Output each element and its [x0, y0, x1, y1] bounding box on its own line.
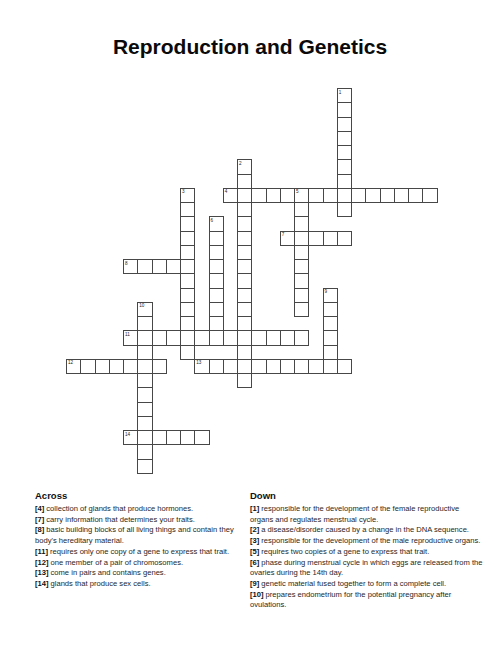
cell-c9-r24[interactable] [194, 430, 209, 445]
clue-number: 3 [182, 189, 185, 194]
down-clue-list: [1]responsible for the development of th… [250, 504, 483, 611]
clue-text: prepares endometrium for the potential p… [250, 590, 451, 610]
cell-c5-r21[interactable] [137, 387, 152, 402]
clue-number: 4 [225, 189, 228, 194]
cell-c17-r19[interactable] [308, 359, 323, 374]
cell-c8-r7[interactable]: 3 [180, 188, 195, 203]
cell-c16-r11[interactable] [294, 245, 309, 260]
cell-c25-r7[interactable] [422, 188, 437, 203]
cell-c10-r12[interactable] [209, 259, 224, 274]
cell-c11-r17[interactable] [223, 330, 238, 345]
cell-c4-r17[interactable]: 11 [123, 330, 138, 345]
cell-c11-r7[interactable]: 4 [223, 188, 238, 203]
cell-c18-r16[interactable] [323, 316, 338, 331]
clue-down-2: [2]a disease/disorder caused by a change… [250, 525, 483, 536]
cell-c5-r15[interactable]: 10 [137, 302, 152, 317]
cell-c12-r16[interactable] [237, 316, 252, 331]
cell-c8-r10[interactable] [180, 231, 195, 246]
cell-c19-r3[interactable] [337, 131, 352, 146]
cell-c12-r6[interactable] [237, 174, 252, 189]
cell-c18-r14[interactable]: 9 [323, 288, 338, 303]
clue-text: requires only one copy of a gene to expr… [50, 547, 229, 556]
cell-c10-r17[interactable] [209, 330, 224, 345]
cell-c1-r19[interactable] [80, 359, 95, 374]
cell-c12-r5[interactable]: 2 [237, 159, 252, 174]
clue-number: 14 [125, 432, 130, 437]
cell-c13-r7[interactable] [251, 188, 266, 203]
cell-c16-r8[interactable] [294, 202, 309, 217]
clue-number-label: [8] [35, 525, 44, 534]
clue-number-label: [5] [250, 547, 259, 556]
cell-c12-r19[interactable] [237, 359, 252, 374]
clue-number-label: [6] [250, 558, 259, 567]
cell-c12-r11[interactable] [237, 245, 252, 260]
cell-c5-r12[interactable] [137, 259, 152, 274]
cell-c2-r19[interactable] [95, 359, 110, 374]
cell-c16-r13[interactable] [294, 273, 309, 288]
clue-across-4: [4]collection of glands that produce hor… [35, 504, 249, 515]
clue-number: 11 [125, 332, 130, 337]
cell-c5-r20[interactable] [137, 373, 152, 388]
cell-c16-r14[interactable] [294, 288, 309, 303]
cell-c8-r18[interactable] [180, 345, 195, 360]
cell-c5-r16[interactable] [137, 316, 152, 331]
clue-down-1: [1]responsible for the development of th… [250, 504, 483, 525]
cell-c5-r24[interactable] [137, 430, 152, 445]
clue-across-14: [14]glands that produce sex cells. [35, 579, 249, 590]
clue-number-label: [14] [35, 579, 49, 588]
cell-c5-r17[interactable] [137, 330, 152, 345]
clue-number-label: [2] [250, 525, 259, 534]
cell-c11-r19[interactable] [223, 359, 238, 374]
cell-c10-r16[interactable] [209, 316, 224, 331]
cell-c15-r10[interactable]: 7 [280, 231, 295, 246]
cell-c0-r19[interactable]: 12 [66, 359, 81, 374]
clue-across-12: [12]one member of a pair of chromosomes. [35, 558, 249, 569]
across-clues-section: Across [4]collection of glands that prod… [35, 490, 249, 590]
page-title: Reproduction and Genetics [0, 35, 500, 59]
cell-c9-r17[interactable] [194, 330, 209, 345]
clue-text: genetic material fused together to form … [261, 579, 446, 588]
clue-text: come in pairs and contains genes. [51, 568, 166, 577]
clue-text: phase during menstrual cycle in which eg… [250, 558, 482, 578]
down-clues-section: Down [1]responsible for the development … [250, 490, 483, 611]
cell-c8-r16[interactable] [180, 316, 195, 331]
clue-text: carry information that determines your t… [46, 515, 195, 524]
crossword-page: Reproduction and Genetics 12345678910111… [0, 0, 500, 647]
cell-c13-r19[interactable] [251, 359, 266, 374]
clue-down-6: [6]phase during menstrual cycle in which… [250, 558, 483, 579]
cell-c12-r12[interactable] [237, 259, 252, 274]
clue-number: 1 [339, 90, 342, 95]
cell-c8-r17[interactable] [180, 330, 195, 345]
cell-c5-r18[interactable] [137, 345, 152, 360]
cell-c7-r12[interactable] [166, 259, 181, 274]
cell-c18-r15[interactable] [323, 302, 338, 317]
cell-c4-r12[interactable]: 8 [123, 259, 138, 274]
clue-number-label: [11] [35, 547, 48, 556]
cell-c3-r19[interactable] [109, 359, 124, 374]
cell-c12-r18[interactable] [237, 345, 252, 360]
cell-c19-r19[interactable] [337, 359, 352, 374]
cell-c8-r12[interactable] [180, 259, 195, 274]
clue-number: 5 [296, 189, 299, 194]
clue-number-label: [7] [35, 515, 44, 524]
cell-c14-r19[interactable] [266, 359, 281, 374]
cell-c12-r8[interactable] [237, 202, 252, 217]
cell-c12-r14[interactable] [237, 288, 252, 303]
cell-c9-r19[interactable]: 13 [194, 359, 209, 374]
cell-c10-r9[interactable]: 6 [209, 216, 224, 231]
clue-across-13: [13]come in pairs and contains genes. [35, 568, 249, 579]
cell-c17-r10[interactable] [308, 231, 323, 246]
clue-number: 8 [125, 261, 128, 266]
cell-c8-r13[interactable] [180, 273, 195, 288]
cell-c13-r17[interactable] [251, 330, 266, 345]
cell-c8-r24[interactable] [180, 430, 195, 445]
clue-down-3: [3]responsible for the development of th… [250, 536, 483, 547]
cell-c10-r11[interactable] [209, 245, 224, 260]
clue-text: a disease/disorder caused by a change in… [261, 525, 469, 534]
cell-c19-r8[interactable] [337, 202, 352, 217]
cell-c23-r7[interactable] [394, 188, 409, 203]
cell-c19-r0[interactable]: 1 [337, 88, 352, 103]
cell-c6-r24[interactable] [152, 430, 167, 445]
cell-c16-r19[interactable] [294, 359, 309, 374]
cell-c16-r10[interactable] [294, 231, 309, 246]
cell-c15-r7[interactable] [280, 188, 295, 203]
across-header: Across [35, 490, 249, 501]
cell-c20-r7[interactable] [351, 188, 366, 203]
cell-c19-r6[interactable] [337, 174, 352, 189]
clue-number-label: [13] [35, 568, 49, 577]
clue-number-label: [9] [250, 579, 259, 588]
clue-text: basic building blocks of all living thin… [35, 525, 234, 545]
cell-c15-r19[interactable] [280, 359, 295, 374]
cell-c16-r7[interactable]: 5 [294, 188, 309, 203]
clue-number-label: [3] [250, 536, 259, 545]
cell-c17-r7[interactable] [308, 188, 323, 203]
cell-c6-r19[interactable] [152, 359, 167, 374]
clue-number: 10 [139, 303, 144, 308]
cell-c12-r17[interactable] [237, 330, 252, 345]
clue-text: responsible for the development of the f… [250, 504, 459, 524]
cell-c8-r8[interactable] [180, 202, 195, 217]
clue-number-label: [10] [250, 590, 264, 599]
cell-c6-r17[interactable] [152, 330, 167, 345]
cell-c10-r19[interactable] [209, 359, 224, 374]
cell-c19-r1[interactable] [337, 102, 352, 117]
cell-c10-r10[interactable] [209, 231, 224, 246]
cell-c8-r15[interactable] [180, 302, 195, 317]
cell-c22-r7[interactable] [380, 188, 395, 203]
cell-c12-r9[interactable] [237, 216, 252, 231]
clue-across-7: [7]carry information that determines you… [35, 515, 249, 526]
cell-c19-r5[interactable] [337, 159, 352, 174]
clue-text: responsible for the development of the m… [261, 536, 480, 545]
clue-down-10: [10]prepares endometrium for the potenti… [250, 590, 483, 611]
cell-c5-r23[interactable] [137, 416, 152, 431]
down-header: Down [250, 490, 483, 501]
clue-across-11: [11]requires only one copy of a gene to … [35, 547, 249, 558]
cell-c8-r11[interactable] [180, 245, 195, 260]
cell-c19-r7[interactable] [337, 188, 352, 203]
cell-c10-r13[interactable] [209, 273, 224, 288]
cell-c16-r15[interactable] [294, 302, 309, 317]
cell-c16-r12[interactable] [294, 259, 309, 274]
clue-text: collection of glands that produce hormon… [46, 504, 193, 513]
cell-c21-r7[interactable] [365, 188, 380, 203]
cell-c12-r20[interactable] [237, 373, 252, 388]
clue-number-label: [12] [35, 558, 49, 567]
cell-c5-r19[interactable] [137, 359, 152, 374]
clue-text: requires two copies of a gene to express… [261, 547, 429, 556]
cell-c18-r19[interactable] [323, 359, 338, 374]
cell-c18-r10[interactable] [323, 231, 338, 246]
cell-c8-r14[interactable] [180, 288, 195, 303]
cell-c5-r22[interactable] [137, 402, 152, 417]
cell-c6-r12[interactable] [152, 259, 167, 274]
cell-c24-r7[interactable] [408, 188, 423, 203]
cell-c5-r25[interactable] [137, 444, 152, 459]
cell-c19-r4[interactable] [337, 145, 352, 160]
clue-number: 13 [196, 360, 201, 365]
cell-c7-r17[interactable] [166, 330, 181, 345]
cell-c8-r9[interactable] [180, 216, 195, 231]
cell-c14-r17[interactable] [266, 330, 281, 345]
clue-number: 7 [282, 232, 285, 237]
clue-number: 2 [239, 161, 242, 166]
crossword-grid: 1234567891011121314 [66, 88, 438, 474]
cell-c16-r9[interactable] [294, 216, 309, 231]
cell-c10-r15[interactable] [209, 302, 224, 317]
cell-c19-r2[interactable] [337, 117, 352, 132]
cell-c12-r7[interactable] [237, 188, 252, 203]
cell-c12-r15[interactable] [237, 302, 252, 317]
clue-down-9: [9]genetic material fused together to fo… [250, 579, 483, 590]
cell-c4-r19[interactable] [123, 359, 138, 374]
cell-c5-r26[interactable] [137, 459, 152, 474]
clue-text: one member of a pair of chromosomes. [51, 558, 184, 567]
cell-c10-r14[interactable] [209, 288, 224, 303]
cell-c12-r10[interactable] [237, 231, 252, 246]
clue-number: 6 [211, 218, 214, 223]
across-clue-list: [4]collection of glands that produce hor… [35, 504, 249, 590]
clue-number-label: [1] [250, 504, 259, 513]
cell-c15-r17[interactable] [280, 330, 295, 345]
cell-c7-r24[interactable] [166, 430, 181, 445]
clue-text: glands that produce sex cells. [51, 579, 151, 588]
cell-c18-r17[interactable] [323, 330, 338, 345]
clue-across-8: [8]basic building blocks of all living t… [35, 525, 249, 546]
clue-number-label: [4] [35, 504, 44, 513]
clue-number: 9 [325, 289, 328, 294]
cell-c14-r7[interactable] [266, 188, 281, 203]
cell-c12-r13[interactable] [237, 273, 252, 288]
clue-number: 12 [68, 360, 73, 365]
cell-c4-r24[interactable]: 14 [123, 430, 138, 445]
cell-c18-r7[interactable] [323, 188, 338, 203]
cell-c16-r17[interactable] [294, 330, 309, 345]
cell-c19-r10[interactable] [337, 231, 352, 246]
cell-c18-r18[interactable] [323, 345, 338, 360]
clue-down-5: [5]requires two copies of a gene to expr… [250, 547, 483, 558]
